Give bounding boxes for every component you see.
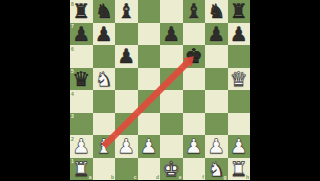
square-h7[interactable]: ♟ [228,23,251,46]
square-e7[interactable]: ♟ [160,23,183,46]
white-king[interactable]: ♚ [160,158,183,181]
square-a6[interactable]: 6 [70,45,93,68]
square-e1[interactable]: e♚ [160,158,183,181]
square-f5[interactable] [183,68,206,91]
square-c7[interactable] [115,23,138,46]
left-black-bar [0,0,70,180]
square-e5[interactable] [160,68,183,91]
square-c1[interactable]: c [115,158,138,181]
square-f7[interactable] [183,23,206,46]
square-h2[interactable]: ♟ [228,135,251,158]
black-knight[interactable]: ♞ [205,0,228,23]
square-b7[interactable]: ♟ [93,23,116,46]
square-h5[interactable]: ♛ [228,68,251,91]
square-h8[interactable]: ♜ [228,0,251,23]
square-f4[interactable] [183,90,206,113]
black-pawn[interactable]: ♟ [228,23,251,46]
square-b8[interactable]: ♞ [93,0,116,23]
square-d3[interactable] [138,113,161,136]
square-d4[interactable] [138,90,161,113]
square-b6[interactable] [93,45,116,68]
chess-board[interactable]: 8♜♞♝♝♞♜7♟♟♟♟♟6♟♚5♛♞♛432♟♝♟♟♟♟♟1a♜bcde♚fg… [70,0,250,180]
square-d5[interactable] [138,68,161,91]
square-f8[interactable]: ♝ [183,0,206,23]
black-pawn[interactable]: ♟ [115,45,138,68]
square-c8[interactable]: ♝ [115,0,138,23]
white-rook[interactable]: ♜ [70,158,93,181]
square-b1[interactable]: b [93,158,116,181]
black-rook[interactable]: ♜ [70,0,93,23]
square-a8[interactable]: 8♜ [70,0,93,23]
square-f3[interactable] [183,113,206,136]
white-pawn[interactable]: ♟ [115,135,138,158]
square-a7[interactable]: 7♟ [70,23,93,46]
white-pawn[interactable]: ♟ [205,135,228,158]
black-pawn[interactable]: ♟ [93,23,116,46]
file-label-b: b [111,174,114,180]
square-a3[interactable]: 3 [70,113,93,136]
square-h1[interactable]: h♜ [228,158,251,181]
black-pawn[interactable]: ♟ [70,23,93,46]
square-g6[interactable] [205,45,228,68]
square-g8[interactable]: ♞ [205,0,228,23]
square-b5[interactable]: ♞ [93,68,116,91]
white-pawn[interactable]: ♟ [70,135,93,158]
square-e3[interactable] [160,113,183,136]
square-h4[interactable] [228,90,251,113]
square-g3[interactable] [205,113,228,136]
file-label-d: d [156,174,159,180]
square-g2[interactable]: ♟ [205,135,228,158]
square-b3[interactable] [93,113,116,136]
white-knight[interactable]: ♞ [93,68,116,91]
black-pawn[interactable]: ♟ [160,23,183,46]
white-knight[interactable]: ♞ [205,158,228,181]
square-d6[interactable] [138,45,161,68]
square-d2[interactable]: ♟ [138,135,161,158]
white-queen[interactable]: ♛ [228,68,251,91]
white-pawn[interactable]: ♟ [228,135,251,158]
black-rook[interactable]: ♜ [228,0,251,23]
square-a5[interactable]: 5♛ [70,68,93,91]
square-g7[interactable]: ♟ [205,23,228,46]
white-rook[interactable]: ♜ [228,158,251,181]
black-bishop[interactable]: ♝ [183,0,206,23]
white-pawn[interactable]: ♟ [138,135,161,158]
white-bishop[interactable]: ♝ [93,135,116,158]
square-g5[interactable] [205,68,228,91]
square-h3[interactable] [228,113,251,136]
square-b4[interactable] [93,90,116,113]
black-pawn[interactable]: ♟ [205,23,228,46]
square-e6[interactable] [160,45,183,68]
black-queen[interactable]: ♛ [70,68,93,91]
letterbox-stage: 8♜♞♝♝♞♜7♟♟♟♟♟6♟♚5♛♞♛432♟♝♟♟♟♟♟1a♜bcde♚fg… [0,0,320,180]
square-a4[interactable]: 4 [70,90,93,113]
square-c4[interactable] [115,90,138,113]
square-f2[interactable]: ♟ [183,135,206,158]
square-e8[interactable] [160,0,183,23]
square-a2[interactable]: 2♟ [70,135,93,158]
square-b2[interactable]: ♝ [93,135,116,158]
square-d1[interactable]: d [138,158,161,181]
rank-label-6: 6 [71,46,74,52]
square-d8[interactable] [138,0,161,23]
square-f6[interactable]: ♚ [183,45,206,68]
square-e4[interactable] [160,90,183,113]
square-e2[interactable] [160,135,183,158]
square-c6[interactable]: ♟ [115,45,138,68]
right-black-bar [250,0,320,180]
file-label-f: f [202,174,204,180]
white-pawn[interactable]: ♟ [183,135,206,158]
square-a1[interactable]: 1a♜ [70,158,93,181]
rank-label-4: 4 [71,91,74,97]
black-king[interactable]: ♚ [183,45,206,68]
square-c5[interactable] [115,68,138,91]
square-c2[interactable]: ♟ [115,135,138,158]
square-c3[interactable] [115,113,138,136]
square-h6[interactable] [228,45,251,68]
square-g4[interactable] [205,90,228,113]
rank-label-3: 3 [71,113,74,119]
square-d7[interactable] [138,23,161,46]
file-label-c: c [134,174,137,180]
square-g1[interactable]: g♞ [205,158,228,181]
square-f1[interactable]: f [183,158,206,181]
black-knight[interactable]: ♞ [93,0,116,23]
black-bishop[interactable]: ♝ [115,0,138,23]
